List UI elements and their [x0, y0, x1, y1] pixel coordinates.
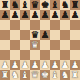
black-pawn[interactable]: ♟ [11, 10, 20, 20]
white-king[interactable]: ♚ [41, 70, 50, 80]
square-a4[interactable] [0, 40, 10, 50]
square-b1[interactable]: ♞ [10, 70, 20, 80]
black-pawn[interactable]: ♟ [1, 10, 10, 20]
square-f7[interactable]: ♟ [50, 10, 60, 20]
black-pawn[interactable]: ♟ [41, 30, 50, 40]
white-knight[interactable]: ♞ [11, 70, 20, 80]
square-h7[interactable]: ♟ [70, 10, 80, 20]
white-rook[interactable]: ♜ [71, 70, 80, 80]
white-bishop[interactable]: ♝ [21, 70, 30, 80]
square-d7[interactable]: ♟ [30, 10, 40, 20]
black-pawn[interactable]: ♟ [51, 10, 60, 20]
square-b6[interactable] [10, 20, 20, 30]
black-pawn[interactable]: ♟ [71, 10, 80, 20]
square-f5[interactable] [50, 30, 60, 40]
square-b4[interactable] [10, 40, 20, 50]
square-c4[interactable] [20, 40, 30, 50]
square-g5[interactable] [60, 30, 70, 40]
square-g4[interactable] [60, 40, 70, 50]
white-queen[interactable]: ♛ [31, 70, 40, 80]
black-pawn[interactable]: ♟ [61, 10, 70, 20]
square-e1[interactable]: ♚ [40, 70, 50, 80]
white-queen[interactable]: ♛ [31, 40, 40, 50]
square-f1[interactable]: ♝ [50, 70, 60, 80]
square-h4[interactable] [70, 40, 80, 50]
square-h6[interactable] [70, 20, 80, 30]
square-c1[interactable]: ♝ [20, 70, 30, 80]
chess-board-screenshot: ♜♞♝♛♚♝♞♜♟♟♟♟♟♟♟♟♛♟♛♟♟♟♟♟♟♟♟♜♞♝♛♚♝♞♜ [0, 0, 80, 80]
square-h5[interactable] [70, 30, 80, 40]
square-c7[interactable]: ♟ [20, 10, 30, 20]
chess-board: ♜♞♝♛♚♝♞♜♟♟♟♟♟♟♟♟♛♟♛♟♟♟♟♟♟♟♟♜♞♝♛♚♝♞♜ [0, 0, 80, 80]
square-e5[interactable]: ♟ [40, 30, 50, 40]
square-c6[interactable] [20, 20, 30, 30]
white-knight[interactable]: ♞ [61, 70, 70, 80]
square-e4[interactable] [40, 40, 50, 50]
square-d1[interactable]: ♛ [30, 70, 40, 80]
square-f6[interactable] [50, 20, 60, 30]
square-a6[interactable] [0, 20, 10, 30]
square-c5[interactable] [20, 30, 30, 40]
black-pawn[interactable]: ♟ [31, 10, 40, 20]
square-d4[interactable]: ♛ [30, 40, 40, 50]
square-b5[interactable] [10, 30, 20, 40]
white-bishop[interactable]: ♝ [51, 70, 60, 80]
square-e7[interactable]: ♟ [40, 10, 50, 20]
square-g1[interactable]: ♞ [60, 70, 70, 80]
white-rook[interactable]: ♜ [1, 70, 10, 80]
black-pawn[interactable]: ♟ [41, 10, 50, 20]
square-g6[interactable] [60, 20, 70, 30]
square-a7[interactable]: ♟ [0, 10, 10, 20]
black-pawn[interactable]: ♟ [21, 10, 30, 20]
square-a1[interactable]: ♜ [0, 70, 10, 80]
square-g7[interactable]: ♟ [60, 10, 70, 20]
square-b7[interactable]: ♟ [10, 10, 20, 20]
square-f4[interactable] [50, 40, 60, 50]
square-h1[interactable]: ♜ [70, 70, 80, 80]
square-a5[interactable] [0, 30, 10, 40]
